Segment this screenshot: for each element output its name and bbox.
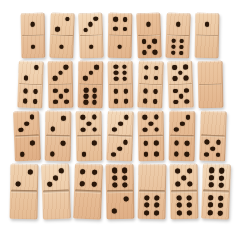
pip xyxy=(123,17,127,21)
tile-half-bottom xyxy=(49,36,74,58)
pip xyxy=(186,203,191,208)
pip xyxy=(82,152,87,157)
pip xyxy=(118,45,122,49)
pip xyxy=(154,210,159,215)
tile-half-bottom xyxy=(168,85,194,108)
pip xyxy=(183,88,188,93)
domino-tile-6-6 xyxy=(201,164,231,220)
tile-half-bottom xyxy=(165,36,190,58)
pip xyxy=(47,182,52,187)
tile-half-bottom xyxy=(108,36,132,58)
pip xyxy=(210,146,215,151)
pip xyxy=(52,76,57,81)
tile-half-bottom xyxy=(137,85,163,108)
tile-half-top xyxy=(13,111,40,135)
domino-tile-5-4 xyxy=(138,111,165,161)
tile-divider xyxy=(46,135,69,137)
pip xyxy=(123,27,127,31)
pip xyxy=(143,65,148,70)
pip xyxy=(58,94,63,99)
pip xyxy=(91,181,96,186)
pip xyxy=(81,115,86,120)
pip xyxy=(184,99,189,104)
pip xyxy=(118,121,123,126)
domino-tile-3-0 xyxy=(41,164,71,220)
tile-half-bottom xyxy=(198,85,223,108)
pip xyxy=(153,66,158,71)
pip xyxy=(181,175,186,180)
domino-tile-3-1 xyxy=(78,13,104,59)
tile-half-bottom xyxy=(14,136,41,160)
pip xyxy=(208,210,213,215)
domino-tile-0-5 xyxy=(199,111,227,162)
pip xyxy=(50,152,55,157)
pip xyxy=(178,94,183,99)
pip xyxy=(154,115,159,120)
tile-half-top xyxy=(74,164,103,191)
domino-tile-4-1 xyxy=(108,13,133,58)
pip xyxy=(24,121,29,126)
pip xyxy=(152,39,156,43)
tile-half-bottom xyxy=(106,192,134,218)
tile-half-top xyxy=(21,13,45,35)
tile-divider xyxy=(11,190,36,193)
domino-tile-5-5 xyxy=(167,61,194,109)
domino-tile-3-3 xyxy=(106,111,134,162)
pip xyxy=(152,89,157,94)
pip xyxy=(22,89,27,94)
pip xyxy=(154,196,159,201)
tile-divider xyxy=(139,135,162,137)
pip xyxy=(82,76,87,81)
pip xyxy=(185,141,190,146)
domino-tile-0-6 xyxy=(138,164,167,219)
pip xyxy=(186,115,191,120)
tile-half-bottom xyxy=(108,85,133,108)
pip xyxy=(93,16,97,20)
tile-half-bottom xyxy=(48,85,73,108)
pip xyxy=(177,196,182,201)
pip xyxy=(154,127,159,132)
pip xyxy=(187,210,192,215)
pip xyxy=(65,17,69,21)
pip xyxy=(174,151,179,156)
domino-tile-3-6 xyxy=(77,61,103,108)
pip xyxy=(216,152,221,157)
tile-half-top xyxy=(200,111,227,135)
pip xyxy=(122,168,127,173)
board-row-3 xyxy=(14,111,226,161)
pip xyxy=(180,121,185,126)
tile-half-top xyxy=(195,13,219,35)
domino-tile-3-5 xyxy=(47,61,73,108)
pip xyxy=(219,175,224,180)
pip xyxy=(187,182,192,187)
tile-half-bottom xyxy=(42,192,71,219)
domino-tile-1-6 xyxy=(165,13,191,59)
domino-tile-6-2 xyxy=(106,164,135,219)
pip xyxy=(172,76,177,81)
tile-half-top xyxy=(202,164,231,191)
tile-half-bottom xyxy=(10,192,38,218)
domino-tile-1-1 xyxy=(21,13,46,58)
pip xyxy=(92,100,97,105)
pip xyxy=(92,94,97,99)
pip xyxy=(124,115,129,120)
pip xyxy=(59,45,63,49)
pip xyxy=(16,181,21,186)
pip xyxy=(112,175,117,180)
pip xyxy=(53,100,58,105)
pip xyxy=(123,99,128,104)
tile-half-bottom xyxy=(199,136,226,160)
pip xyxy=(64,100,69,105)
pip xyxy=(92,140,97,145)
pip xyxy=(153,50,157,54)
pip xyxy=(52,88,57,93)
pip xyxy=(205,140,210,145)
pip xyxy=(113,27,117,31)
pip xyxy=(22,99,27,104)
pip xyxy=(143,127,148,132)
pip xyxy=(179,45,183,49)
pip xyxy=(86,121,91,126)
pip xyxy=(32,89,37,94)
pip xyxy=(184,152,189,157)
pip xyxy=(123,196,128,201)
pip xyxy=(113,17,117,21)
pip xyxy=(219,168,224,173)
tile-half-top xyxy=(78,61,103,84)
tile-divider xyxy=(171,190,196,193)
pip xyxy=(209,168,214,173)
pip xyxy=(209,175,214,180)
pip xyxy=(122,182,127,187)
pip xyxy=(216,140,221,145)
pip xyxy=(27,169,32,174)
domino-tile-2-0 xyxy=(10,164,39,219)
pip xyxy=(33,65,38,70)
pip xyxy=(20,152,25,157)
pip xyxy=(204,152,209,157)
board-row-4 xyxy=(10,164,230,219)
tile-half-top xyxy=(138,112,164,136)
pip xyxy=(218,203,223,208)
tile-half-top xyxy=(169,112,195,136)
pip xyxy=(183,64,188,69)
pip xyxy=(142,39,146,43)
pip xyxy=(186,195,191,200)
pip xyxy=(63,65,68,70)
tile-half-bottom xyxy=(79,36,104,58)
domino-tile-3-4 xyxy=(169,111,196,161)
pip xyxy=(83,88,88,93)
pip xyxy=(180,39,184,43)
tile-divider xyxy=(77,135,100,137)
tile-half-top xyxy=(136,13,161,35)
pip xyxy=(117,146,122,151)
pip xyxy=(172,65,177,70)
pip xyxy=(183,76,188,81)
tile-divider xyxy=(107,190,132,193)
pip xyxy=(92,88,97,93)
tile-half-bottom xyxy=(73,192,102,219)
pip xyxy=(83,100,88,105)
pip xyxy=(154,151,159,156)
tile-half-top xyxy=(107,61,132,84)
pip xyxy=(113,64,118,69)
pip xyxy=(92,115,97,120)
tile-half-bottom xyxy=(169,137,195,161)
tile-half-top xyxy=(78,13,103,35)
pip xyxy=(142,99,147,104)
tile-half-top xyxy=(197,61,222,84)
tile-half-top xyxy=(41,164,70,191)
tile-half-top xyxy=(107,111,134,135)
pip xyxy=(53,175,58,180)
tile-half-bottom xyxy=(138,137,164,161)
domino-tile-2-2 xyxy=(45,111,72,161)
pip xyxy=(23,76,28,81)
pip xyxy=(209,182,214,187)
pip xyxy=(122,175,127,180)
domino-tile-4-0 xyxy=(73,164,103,220)
pip xyxy=(89,45,93,49)
pip xyxy=(177,210,182,215)
pip xyxy=(172,88,177,93)
pip xyxy=(112,209,117,214)
pip xyxy=(88,70,93,75)
domino-tile-4-4 xyxy=(137,61,164,109)
domino-tile-3-2 xyxy=(13,111,41,162)
tile-half-top xyxy=(106,165,134,191)
tile-half-top xyxy=(167,61,193,84)
pip xyxy=(208,202,213,207)
pip xyxy=(144,152,149,157)
tile-half-top xyxy=(138,165,166,191)
pip xyxy=(144,210,149,215)
pip xyxy=(94,65,99,70)
tile-half-top xyxy=(166,13,191,35)
pip xyxy=(154,141,159,146)
domino-tile-2-4 xyxy=(17,61,44,109)
tile-half-bottom xyxy=(201,192,230,219)
tile-half-bottom xyxy=(106,136,133,160)
tile-half-top xyxy=(138,61,164,84)
pip xyxy=(205,22,209,26)
pip xyxy=(218,196,223,201)
domino-tile-1-5 xyxy=(136,13,162,59)
pip xyxy=(31,22,35,26)
pip xyxy=(154,203,159,208)
pip xyxy=(55,27,59,31)
pip xyxy=(83,28,87,32)
pip xyxy=(123,89,128,94)
pip xyxy=(142,89,147,94)
domino-tile-5-2 xyxy=(76,111,103,161)
pip xyxy=(30,140,35,145)
pip xyxy=(175,169,180,174)
pip xyxy=(171,38,175,42)
tile-half-bottom xyxy=(45,137,71,161)
pip xyxy=(218,183,223,188)
pip xyxy=(174,141,179,146)
pip xyxy=(113,182,118,187)
pip xyxy=(19,127,24,132)
domino-board xyxy=(0,0,240,228)
pip xyxy=(63,88,68,93)
tile-half-top xyxy=(10,165,38,191)
pip xyxy=(177,70,182,75)
pip xyxy=(122,77,127,82)
pip xyxy=(59,168,64,173)
pip xyxy=(208,195,213,200)
tile-half-bottom xyxy=(195,36,219,58)
pip xyxy=(61,141,66,146)
tile-half-bottom xyxy=(170,192,198,218)
pip xyxy=(58,70,63,75)
tile-half-bottom xyxy=(77,85,102,108)
pip xyxy=(123,140,128,145)
pip xyxy=(31,45,35,49)
pip xyxy=(148,121,153,126)
tile-half-top xyxy=(45,112,71,136)
pip xyxy=(173,100,178,105)
pip xyxy=(30,115,35,120)
pip xyxy=(113,77,118,82)
pip xyxy=(113,89,118,94)
pip xyxy=(144,203,149,208)
pip xyxy=(187,168,192,173)
tile-half-bottom xyxy=(138,192,166,218)
pip xyxy=(152,99,157,104)
pip xyxy=(143,115,148,120)
tile-half-top xyxy=(170,165,198,191)
pip xyxy=(51,127,56,132)
pip xyxy=(146,22,150,26)
tile-half-top xyxy=(18,61,44,84)
pip xyxy=(111,152,116,157)
domino-tile-6-4 xyxy=(107,61,133,108)
pip xyxy=(179,51,183,55)
pip xyxy=(80,181,85,186)
pip xyxy=(81,127,86,132)
pip xyxy=(175,182,180,187)
tile-divider xyxy=(139,190,164,193)
tile-half-top xyxy=(50,13,75,35)
domino-tile-0-0 xyxy=(197,61,223,108)
tile-half-bottom xyxy=(76,137,102,161)
pip xyxy=(143,75,148,80)
tile-divider xyxy=(170,135,193,137)
pip xyxy=(171,44,175,48)
pip xyxy=(112,127,117,132)
domino-tile-5-6 xyxy=(170,164,199,219)
pip xyxy=(174,127,179,132)
pip xyxy=(92,169,97,174)
tile-half-bottom xyxy=(17,85,43,108)
tile-half-bottom xyxy=(21,36,45,58)
tile-half-top xyxy=(76,112,102,136)
pip xyxy=(142,50,146,54)
tile-half-bottom xyxy=(137,36,162,58)
tile-half-top xyxy=(108,13,132,35)
pip xyxy=(80,169,85,174)
pip xyxy=(122,70,127,75)
pip xyxy=(83,94,88,99)
pip xyxy=(176,22,180,26)
pip xyxy=(113,99,118,104)
board-row-1 xyxy=(21,13,219,58)
pip xyxy=(145,195,150,200)
pip xyxy=(32,99,37,104)
board-row-2 xyxy=(18,61,223,108)
pip xyxy=(92,127,97,132)
pip xyxy=(61,116,66,121)
tile-half-top xyxy=(47,61,72,84)
pip xyxy=(171,50,175,54)
pip xyxy=(122,64,127,69)
domino-tile-2-1 xyxy=(49,13,75,59)
pip xyxy=(217,210,222,215)
domino-tile-1-0 xyxy=(195,13,220,58)
pip xyxy=(147,45,151,49)
pip xyxy=(153,76,158,81)
pip xyxy=(88,22,92,26)
pip xyxy=(113,71,118,76)
pip xyxy=(144,141,149,146)
pip xyxy=(177,203,182,208)
pip xyxy=(112,168,117,173)
